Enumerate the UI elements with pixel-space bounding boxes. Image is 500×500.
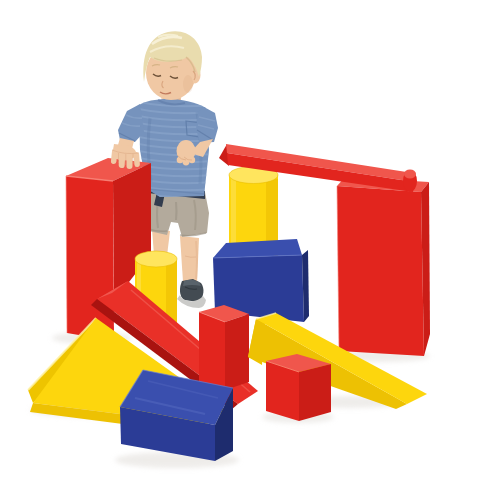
- red-cube-center: [199, 305, 249, 390]
- red-pillar-right: [337, 177, 430, 356]
- product-photo: [0, 0, 500, 500]
- red-cube-right: [266, 354, 331, 421]
- right-leg: [180, 236, 199, 284]
